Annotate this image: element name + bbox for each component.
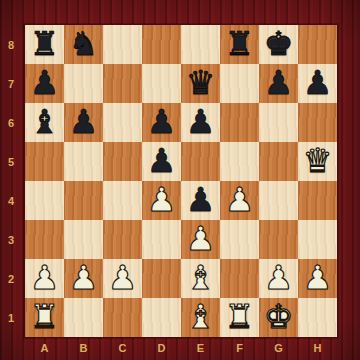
rank-labels: 87654321 bbox=[0, 25, 25, 337]
square-c8[interactable] bbox=[103, 25, 142, 64]
square-a4[interactable] bbox=[25, 181, 64, 220]
square-a7[interactable]: ♟ bbox=[25, 64, 64, 103]
piece-white-pawn: ♟ bbox=[30, 258, 60, 297]
square-b5[interactable] bbox=[64, 142, 103, 181]
file-label-c: C bbox=[103, 337, 142, 358]
square-f4[interactable]: ♟ bbox=[220, 181, 259, 220]
piece-black-rook: ♜ bbox=[225, 24, 255, 63]
square-d1[interactable] bbox=[142, 298, 181, 337]
board-frame: ♜♞♜♚♟♛♟♟♝♟♟♟♟♛♟♟♟♟♟♟♟♝♟♟♜♝♜♚ 87654321 AB… bbox=[0, 0, 360, 360]
rank-label-7: 7 bbox=[0, 64, 22, 103]
piece-white-pawn: ♟ bbox=[303, 258, 333, 297]
file-label-b: B bbox=[64, 337, 103, 358]
square-d5[interactable]: ♟ bbox=[142, 142, 181, 181]
piece-black-rook: ♜ bbox=[30, 24, 60, 63]
file-label-g: G bbox=[259, 337, 298, 358]
square-g4[interactable] bbox=[259, 181, 298, 220]
square-b7[interactable] bbox=[64, 64, 103, 103]
square-d2[interactable] bbox=[142, 259, 181, 298]
piece-black-pawn: ♟ bbox=[264, 63, 294, 102]
file-label-f: F bbox=[220, 337, 259, 358]
piece-white-pawn: ♟ bbox=[225, 180, 255, 219]
rank-label-2: 2 bbox=[0, 259, 22, 298]
piece-black-queen: ♛ bbox=[186, 63, 216, 102]
square-d3[interactable] bbox=[142, 220, 181, 259]
square-c3[interactable] bbox=[103, 220, 142, 259]
square-a3[interactable] bbox=[25, 220, 64, 259]
file-labels: ABCDEFGH bbox=[25, 337, 337, 360]
rank-label-4: 4 bbox=[0, 181, 22, 220]
square-e1[interactable]: ♝ bbox=[181, 298, 220, 337]
piece-black-pawn: ♟ bbox=[147, 141, 177, 180]
square-a6[interactable]: ♝ bbox=[25, 103, 64, 142]
piece-black-pawn: ♟ bbox=[30, 63, 60, 102]
file-label-e: E bbox=[181, 337, 220, 358]
square-e2[interactable]: ♝ bbox=[181, 259, 220, 298]
square-b8[interactable]: ♞ bbox=[64, 25, 103, 64]
piece-white-rook: ♜ bbox=[225, 297, 255, 336]
square-f7[interactable] bbox=[220, 64, 259, 103]
square-e7[interactable]: ♛ bbox=[181, 64, 220, 103]
piece-black-pawn: ♟ bbox=[303, 63, 333, 102]
square-g8[interactable]: ♚ bbox=[259, 25, 298, 64]
piece-white-pawn: ♟ bbox=[264, 258, 294, 297]
piece-white-rook: ♜ bbox=[30, 297, 60, 336]
square-d4[interactable]: ♟ bbox=[142, 181, 181, 220]
square-e3[interactable]: ♟ bbox=[181, 220, 220, 259]
file-label-h: H bbox=[298, 337, 337, 358]
square-c7[interactable] bbox=[103, 64, 142, 103]
square-e5[interactable] bbox=[181, 142, 220, 181]
square-c1[interactable] bbox=[103, 298, 142, 337]
piece-white-queen: ♛ bbox=[303, 141, 333, 180]
chess-board: ♜♞♜♚♟♛♟♟♝♟♟♟♟♛♟♟♟♟♟♟♟♝♟♟♜♝♜♚ bbox=[25, 25, 337, 337]
square-a2[interactable]: ♟ bbox=[25, 259, 64, 298]
square-b4[interactable] bbox=[64, 181, 103, 220]
square-g7[interactable]: ♟ bbox=[259, 64, 298, 103]
square-d8[interactable] bbox=[142, 25, 181, 64]
square-f1[interactable]: ♜ bbox=[220, 298, 259, 337]
square-c5[interactable] bbox=[103, 142, 142, 181]
square-h8[interactable] bbox=[298, 25, 337, 64]
rank-label-8: 8 bbox=[0, 25, 22, 64]
square-f3[interactable] bbox=[220, 220, 259, 259]
piece-white-bishop: ♝ bbox=[186, 297, 216, 336]
square-f5[interactable] bbox=[220, 142, 259, 181]
piece-black-bishop: ♝ bbox=[30, 102, 60, 141]
piece-black-pawn: ♟ bbox=[186, 180, 216, 219]
rank-label-5: 5 bbox=[0, 142, 22, 181]
square-g3[interactable] bbox=[259, 220, 298, 259]
piece-white-bishop: ♝ bbox=[186, 258, 216, 297]
square-e6[interactable]: ♟ bbox=[181, 103, 220, 142]
square-f2[interactable] bbox=[220, 259, 259, 298]
square-b3[interactable] bbox=[64, 220, 103, 259]
square-h4[interactable] bbox=[298, 181, 337, 220]
piece-black-king: ♚ bbox=[264, 24, 294, 63]
rank-label-1: 1 bbox=[0, 298, 22, 337]
piece-white-pawn: ♟ bbox=[108, 258, 138, 297]
file-label-d: D bbox=[142, 337, 181, 358]
square-g5[interactable] bbox=[259, 142, 298, 181]
square-b6[interactable]: ♟ bbox=[64, 103, 103, 142]
square-g1[interactable]: ♚ bbox=[259, 298, 298, 337]
square-a5[interactable] bbox=[25, 142, 64, 181]
square-b1[interactable] bbox=[64, 298, 103, 337]
square-f6[interactable] bbox=[220, 103, 259, 142]
piece-white-king: ♚ bbox=[264, 297, 294, 336]
square-e4[interactable]: ♟ bbox=[181, 181, 220, 220]
piece-white-pawn: ♟ bbox=[147, 180, 177, 219]
piece-white-pawn: ♟ bbox=[69, 258, 99, 297]
square-h3[interactable] bbox=[298, 220, 337, 259]
square-g6[interactable] bbox=[259, 103, 298, 142]
rank-label-3: 3 bbox=[0, 220, 22, 259]
square-h7[interactable]: ♟ bbox=[298, 64, 337, 103]
square-h1[interactable] bbox=[298, 298, 337, 337]
square-e8[interactable] bbox=[181, 25, 220, 64]
square-d6[interactable]: ♟ bbox=[142, 103, 181, 142]
square-d7[interactable] bbox=[142, 64, 181, 103]
piece-black-pawn: ♟ bbox=[147, 102, 177, 141]
square-f8[interactable]: ♜ bbox=[220, 25, 259, 64]
square-b2[interactable]: ♟ bbox=[64, 259, 103, 298]
file-label-a: A bbox=[25, 337, 64, 358]
piece-black-knight: ♞ bbox=[69, 24, 99, 63]
square-a1[interactable]: ♜ bbox=[25, 298, 64, 337]
piece-black-pawn: ♟ bbox=[69, 102, 99, 141]
square-h2[interactable]: ♟ bbox=[298, 259, 337, 298]
square-h5[interactable]: ♛ bbox=[298, 142, 337, 181]
rank-label-6: 6 bbox=[0, 103, 22, 142]
square-a8[interactable]: ♜ bbox=[25, 25, 64, 64]
square-c6[interactable] bbox=[103, 103, 142, 142]
square-c2[interactable]: ♟ bbox=[103, 259, 142, 298]
square-h6[interactable] bbox=[298, 103, 337, 142]
square-g2[interactable]: ♟ bbox=[259, 259, 298, 298]
square-c4[interactable] bbox=[103, 181, 142, 220]
piece-white-pawn: ♟ bbox=[186, 219, 216, 258]
piece-black-pawn: ♟ bbox=[186, 102, 216, 141]
